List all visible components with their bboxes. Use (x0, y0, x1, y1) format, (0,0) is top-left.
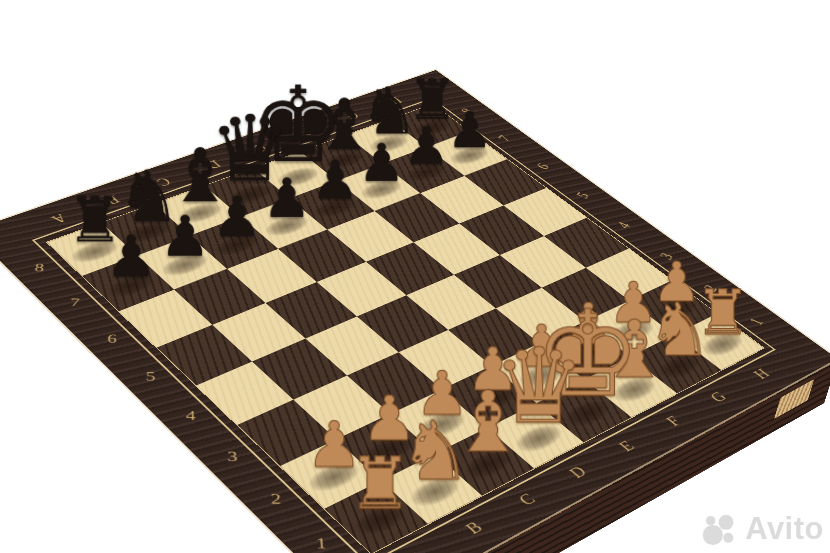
product-photo: ABCDEFGH ABCDEFGH 87654321 87654321 ♜♞♝♛… (0, 0, 830, 553)
black-pawn[interactable]: ♟ (212, 190, 261, 245)
avito-logo-icon (702, 513, 738, 546)
black-pawn[interactable]: ♟ (311, 154, 359, 207)
box-latch-icon (774, 379, 814, 419)
black-pawn[interactable]: ♟ (160, 209, 210, 265)
black-pawn[interactable]: ♟ (404, 121, 450, 172)
avito-watermark: Avito (702, 511, 824, 547)
black-pawn[interactable]: ♟ (358, 137, 405, 189)
watermark-text: Avito (745, 511, 824, 547)
black-pawn[interactable]: ♟ (263, 172, 312, 226)
chess-board: ABCDEFGH ABCDEFGH 87654321 87654321 ♜♞♝♛… (0, 70, 830, 553)
black-pawn[interactable]: ♟ (106, 228, 157, 285)
rank-label-7: 7 (45, 281, 105, 325)
white-rook[interactable]: ♜ (348, 448, 412, 519)
board-frame: ABCDEFGH ABCDEFGH 87654321 87654321 ♜♞♝♛… (0, 70, 830, 553)
board-scene: ABCDEFGH ABCDEFGH 87654321 87654321 ♜♞♝♛… (95, 0, 715, 553)
